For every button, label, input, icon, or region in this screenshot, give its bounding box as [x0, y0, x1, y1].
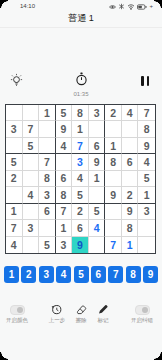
- cell-r2c6[interactable]: [89, 121, 106, 137]
- cell-r3c2[interactable]: 5: [23, 138, 40, 154]
- bottom-toolbar: 开启颜色上一步擦除标记开启纠错: [0, 303, 162, 329]
- cell-r5c5[interactable]: 4: [72, 171, 89, 187]
- timer: 01:35: [0, 72, 162, 97]
- cell-r8c8[interactable]: 8: [122, 220, 139, 236]
- cell-r7c8[interactable]: 9: [122, 204, 139, 220]
- cell-r3c3[interactable]: [39, 138, 56, 154]
- errorcheck-toggle[interactable]: 开启纠错: [131, 303, 153, 324]
- cell-r6c7[interactable]: 9: [105, 187, 122, 203]
- number-pad: 123456789: [4, 266, 158, 283]
- cell-r2c4[interactable]: 9: [56, 121, 73, 137]
- cell-r2c2[interactable]: 7: [23, 121, 40, 137]
- cell-r2c3[interactable]: [39, 121, 56, 137]
- cell-r1c9[interactable]: 7: [138, 105, 155, 121]
- page-title: 普通 1: [0, 12, 162, 25]
- cell-r7c6[interactable]: 5: [89, 204, 106, 220]
- cell-r9c1[interactable]: 4: [6, 237, 23, 253]
- cell-r7c3[interactable]: 6: [39, 204, 56, 220]
- cell-r4c5[interactable]: 3: [72, 154, 89, 170]
- cell-r5c4[interactable]: 6: [56, 171, 73, 187]
- numpad-button-9[interactable]: 9: [143, 266, 158, 283]
- numpad-button-6[interactable]: 6: [91, 266, 106, 283]
- cell-r5c8[interactable]: [122, 171, 139, 187]
- cell-r6c5[interactable]: 5: [72, 187, 89, 203]
- cell-r4c7[interactable]: 8: [105, 154, 122, 170]
- cell-r1c5[interactable]: 8: [72, 105, 89, 121]
- cell-r6c4[interactable]: 8: [56, 187, 73, 203]
- numpad-button-8[interactable]: 8: [126, 266, 141, 283]
- cell-r9c2[interactable]: [23, 237, 40, 253]
- cell-r4c4[interactable]: [56, 154, 73, 170]
- pencil-icon: [98, 304, 109, 315]
- cell-r8c9[interactable]: [138, 220, 155, 236]
- cell-r1c3[interactable]: 1: [39, 105, 56, 121]
- cell-r7c9[interactable]: 3: [138, 204, 155, 220]
- numpad-button-7[interactable]: 7: [108, 266, 123, 283]
- cell-r4c2[interactable]: [23, 154, 40, 170]
- status-bar: 14:10 +: [0, 1, 162, 11]
- cell-r1c4[interactable]: 5: [56, 105, 73, 121]
- cell-r2c8[interactable]: [122, 121, 139, 137]
- pause-button[interactable]: [141, 76, 149, 86]
- cell-r8c5[interactable]: 6: [72, 220, 89, 236]
- cell-r4c8[interactable]: 6: [122, 154, 139, 170]
- cell-r2c5[interactable]: 1: [72, 121, 89, 137]
- cell-r5c6[interactable]: 1: [89, 171, 106, 187]
- errorcheck-toggle-label: 开启纠错: [131, 317, 153, 324]
- cell-r6c6[interactable]: [89, 187, 106, 203]
- cell-r1c2[interactable]: [23, 105, 40, 121]
- cell-r2c1[interactable]: 3: [6, 121, 23, 137]
- mark-button[interactable]: 标记: [98, 303, 109, 324]
- cell-r4c6[interactable]: 9: [89, 154, 106, 170]
- cell-r9c4[interactable]: 3: [56, 237, 73, 253]
- screen-corner: [154, 352, 162, 360]
- cell-r6c9[interactable]: 1: [138, 187, 155, 203]
- cell-r1c1[interactable]: [6, 105, 23, 121]
- cell-r7c2[interactable]: [23, 204, 40, 220]
- cell-r7c5[interactable]: 2: [72, 204, 89, 220]
- cell-r1c7[interactable]: 2: [105, 105, 122, 121]
- cell-r8c7[interactable]: [105, 220, 122, 236]
- asterisk-icon: [118, 3, 125, 10]
- sudoku-app-screen: 14:10 + 普通 1: [0, 0, 162, 360]
- undo-button-label: 上一步: [49, 317, 66, 324]
- toggle-switch[interactable]: [10, 305, 25, 315]
- numpad-button-5[interactable]: 5: [74, 266, 89, 283]
- timer-text: 01:35: [0, 91, 162, 97]
- cell-r5c7[interactable]: [105, 171, 122, 187]
- cell-r4c3[interactable]: 7: [39, 154, 56, 170]
- numpad-button-3[interactable]: 3: [39, 266, 54, 283]
- title-divider: [0, 27, 162, 28]
- cell-r1c8[interactable]: 4: [122, 105, 139, 121]
- cell-r7c4[interactable]: 7: [56, 204, 73, 220]
- status-time: 14:10: [20, 3, 35, 9]
- toggle-switch[interactable]: [135, 305, 150, 315]
- cell-r6c8[interactable]: 2: [122, 187, 139, 203]
- cell-r3c8[interactable]: [122, 138, 139, 154]
- cell-r8c1[interactable]: 7: [6, 220, 23, 236]
- cell-r3c5[interactable]: 7: [72, 138, 89, 154]
- cell-r5c3[interactable]: 8: [39, 171, 56, 187]
- cell-r9c7[interactable]: 7: [105, 237, 122, 253]
- cell-r8c6[interactable]: 4: [89, 220, 106, 236]
- status-icons: +: [109, 3, 153, 10]
- undo-button[interactable]: 上一步: [49, 303, 66, 324]
- cell-r3c4[interactable]: 4: [56, 138, 73, 154]
- eye-icon: [109, 4, 116, 10]
- numpad-button-2[interactable]: 2: [21, 266, 36, 283]
- cell-r6c2[interactable]: 4: [23, 187, 40, 203]
- cell-r5c9[interactable]: 5: [138, 171, 155, 187]
- stopwatch-icon: [75, 72, 88, 86]
- battery-icon: [137, 4, 147, 10]
- plus-icon: +: [149, 3, 153, 10]
- cell-r7c7[interactable]: [105, 204, 122, 220]
- numpad-button-1[interactable]: 1: [4, 266, 19, 283]
- cell-r9c8[interactable]: 1: [122, 237, 139, 253]
- cell-r9c3[interactable]: 5: [39, 237, 56, 253]
- cell-r6c1[interactable]: [6, 187, 23, 203]
- pause-icon: [141, 76, 144, 86]
- cell-r7c1[interactable]: 1: [6, 204, 23, 220]
- cell-r3c1[interactable]: [6, 138, 23, 154]
- cell-r3c7[interactable]: 1: [105, 138, 122, 154]
- cell-r2c7[interactable]: [105, 121, 122, 137]
- cell-r3c9[interactable]: 9: [138, 138, 155, 154]
- toggle-knob: [17, 307, 24, 314]
- cell-r9c6[interactable]: [89, 237, 106, 253]
- mark-button-label: 标记: [98, 317, 109, 324]
- pause-icon: [147, 76, 150, 86]
- numpad-button-4[interactable]: 4: [56, 266, 71, 283]
- cell-r6c3[interactable]: 3: [39, 187, 56, 203]
- erase-button[interactable]: 擦除: [75, 303, 87, 324]
- erase-button-label: 擦除: [75, 317, 87, 324]
- cell-r9c9[interactable]: [138, 237, 155, 253]
- cell-r9c5[interactable]: 9: [72, 237, 89, 253]
- cell-r8c2[interactable]: 3: [23, 220, 40, 236]
- cell-r4c1[interactable]: 5: [6, 154, 23, 170]
- cell-r8c4[interactable]: 1: [56, 220, 73, 236]
- sudoku-board: 1583247379185476195739864286415438592116…: [5, 104, 156, 254]
- eraser-icon: [75, 303, 87, 315]
- cell-r5c1[interactable]: 2: [6, 171, 23, 187]
- color-toggle-label: 开启颜色: [6, 317, 28, 324]
- wifi-icon: [127, 3, 135, 10]
- cell-r4c9[interactable]: 4: [138, 154, 155, 170]
- cell-r2c9[interactable]: 8: [138, 121, 155, 137]
- cell-r3c6[interactable]: 6: [89, 138, 106, 154]
- cell-r5c2[interactable]: [23, 171, 40, 187]
- undo-icon: [51, 303, 63, 315]
- cell-r8c3[interactable]: [39, 220, 56, 236]
- cell-r1c6[interactable]: 3: [89, 105, 106, 121]
- screen-corner: [0, 352, 8, 360]
- toggle-knob: [142, 307, 149, 314]
- color-toggle[interactable]: 开启颜色: [6, 303, 28, 324]
